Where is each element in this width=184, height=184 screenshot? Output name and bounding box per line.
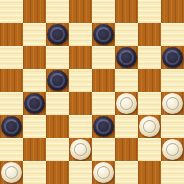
square-r3c1: [23, 69, 46, 92]
square-r1c7: [161, 23, 184, 46]
square-r6c7[interactable]: [161, 138, 184, 161]
black-piece[interactable]: [47, 24, 68, 45]
square-r3c3: [69, 69, 92, 92]
square-r2c6: [138, 46, 161, 69]
square-r2c7[interactable]: [161, 46, 184, 69]
square-r0c0: [0, 0, 23, 23]
square-r7c2[interactable]: [46, 161, 69, 184]
square-r0c3[interactable]: [69, 0, 92, 23]
square-r1c5: [115, 23, 138, 46]
square-r7c7: [161, 161, 184, 184]
square-r2c2: [46, 46, 69, 69]
square-r5c5: [115, 115, 138, 138]
square-r4c7[interactable]: [161, 92, 184, 115]
black-piece[interactable]: [1, 116, 22, 137]
game-screenshot: [0, 0, 184, 184]
square-r5c0[interactable]: [0, 115, 23, 138]
square-r4c3[interactable]: [69, 92, 92, 115]
square-r1c0[interactable]: [0, 23, 23, 46]
square-r5c1: [23, 115, 46, 138]
square-r1c4[interactable]: [92, 23, 115, 46]
white-piece[interactable]: [162, 93, 183, 114]
square-r0c4: [92, 0, 115, 23]
square-r3c5: [115, 69, 138, 92]
square-r4c4: [92, 92, 115, 115]
square-r1c1: [23, 23, 46, 46]
square-r6c6: [138, 138, 161, 161]
square-r4c0: [0, 92, 23, 115]
white-piece[interactable]: [70, 139, 91, 160]
square-r0c1[interactable]: [23, 0, 46, 23]
square-r2c4: [92, 46, 115, 69]
square-r4c1[interactable]: [23, 92, 46, 115]
square-r7c0[interactable]: [0, 161, 23, 184]
square-r1c6[interactable]: [138, 23, 161, 46]
square-r0c6: [138, 0, 161, 23]
white-piece[interactable]: [139, 116, 160, 137]
square-r6c2: [46, 138, 69, 161]
white-piece[interactable]: [1, 162, 22, 183]
square-r2c3[interactable]: [69, 46, 92, 69]
white-piece[interactable]: [162, 139, 183, 160]
square-r3c2[interactable]: [46, 69, 69, 92]
black-piece[interactable]: [24, 93, 45, 114]
square-r6c1[interactable]: [23, 138, 46, 161]
square-r3c6[interactable]: [138, 69, 161, 92]
black-piece[interactable]: [93, 116, 114, 137]
square-r5c3: [69, 115, 92, 138]
square-r7c5: [115, 161, 138, 184]
square-r6c0: [0, 138, 23, 161]
white-piece[interactable]: [93, 162, 114, 183]
square-r5c2[interactable]: [46, 115, 69, 138]
square-r7c4[interactable]: [92, 161, 115, 184]
black-piece[interactable]: [162, 47, 183, 68]
square-r5c4[interactable]: [92, 115, 115, 138]
square-r4c5[interactable]: [115, 92, 138, 115]
square-r6c4: [92, 138, 115, 161]
square-r2c0: [0, 46, 23, 69]
square-r0c5[interactable]: [115, 0, 138, 23]
square-r0c7[interactable]: [161, 0, 184, 23]
square-r3c0[interactable]: [0, 69, 23, 92]
square-r6c5[interactable]: [115, 138, 138, 161]
square-r3c4[interactable]: [92, 69, 115, 92]
square-r5c7: [161, 115, 184, 138]
black-piece[interactable]: [93, 24, 114, 45]
white-piece[interactable]: [116, 93, 137, 114]
square-r7c6[interactable]: [138, 161, 161, 184]
square-r7c1: [23, 161, 46, 184]
square-r7c3: [69, 161, 92, 184]
square-r4c6: [138, 92, 161, 115]
square-r1c2[interactable]: [46, 23, 69, 46]
black-piece[interactable]: [116, 47, 137, 68]
square-r2c5[interactable]: [115, 46, 138, 69]
square-r0c2: [46, 0, 69, 23]
square-r3c7: [161, 69, 184, 92]
square-r5c6[interactable]: [138, 115, 161, 138]
black-piece[interactable]: [47, 70, 68, 91]
square-r1c3: [69, 23, 92, 46]
square-r4c2: [46, 92, 69, 115]
square-r2c1[interactable]: [23, 46, 46, 69]
checkers-board: [0, 0, 184, 184]
square-r6c3[interactable]: [69, 138, 92, 161]
